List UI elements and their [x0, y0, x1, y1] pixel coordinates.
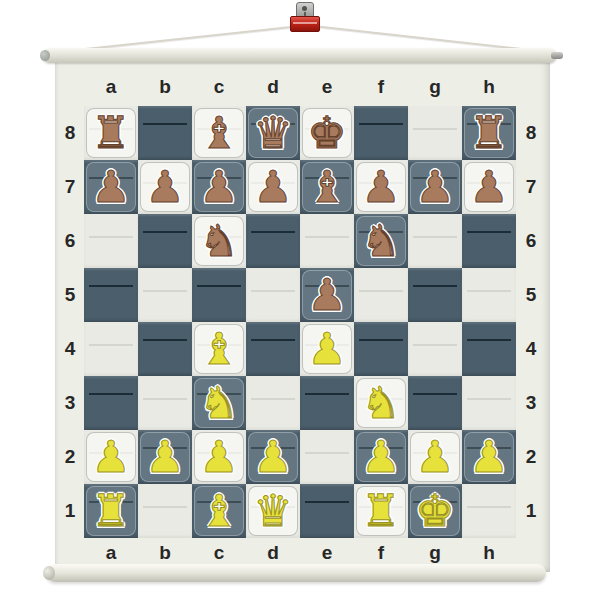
- square-b7[interactable]: ♟: [138, 160, 192, 214]
- square-d6[interactable]: [246, 214, 300, 268]
- square-e2[interactable]: [300, 430, 354, 484]
- bottom-roller-rod: [46, 564, 546, 582]
- square-e3[interactable]: [300, 376, 354, 430]
- rank-labels-left: 87654321: [58, 106, 82, 538]
- brown-rook-icon[interactable]: ♜: [462, 106, 516, 160]
- square-h2[interactable]: ♟: [462, 430, 516, 484]
- brown-pawn-icon[interactable]: ♟: [462, 160, 516, 214]
- rank-label-left-7: 7: [58, 160, 82, 214]
- square-g6[interactable]: [408, 214, 462, 268]
- yellow-queen-icon[interactable]: ♛: [246, 484, 300, 538]
- square-e4[interactable]: ♟: [300, 322, 354, 376]
- yellow-pawn-icon[interactable]: ♟: [300, 322, 354, 376]
- square-d5[interactable]: [246, 268, 300, 322]
- square-b6[interactable]: [138, 214, 192, 268]
- brown-pawn-icon[interactable]: ♟: [192, 160, 246, 214]
- brown-pawn-icon[interactable]: ♟: [408, 160, 462, 214]
- brown-pawn-icon[interactable]: ♟: [84, 160, 138, 214]
- square-c8[interactable]: ♝: [192, 106, 246, 160]
- file-label-top-b: b: [138, 74, 192, 100]
- square-e5[interactable]: ♟: [300, 268, 354, 322]
- brown-bishop-icon[interactable]: ♝: [192, 106, 246, 160]
- square-a5[interactable]: [84, 268, 138, 322]
- brown-bishop-icon[interactable]: ♝: [300, 160, 354, 214]
- rank-label-left-3: 3: [58, 376, 82, 430]
- brown-rook-icon[interactable]: ♜: [84, 106, 138, 160]
- board: ♜♝♛♚♜♟♟♟♟♝♟♟♟♞♞♟♝♟♞♞♟♟♟♟♟♟♟♜♝♛♜♚: [84, 106, 516, 538]
- rank-label-left-8: 8: [58, 106, 82, 160]
- square-d1[interactable]: ♛: [246, 484, 300, 538]
- yellow-bishop-icon[interactable]: ♝: [192, 322, 246, 376]
- square-c1[interactable]: ♝: [192, 484, 246, 538]
- square-h7[interactable]: ♟: [462, 160, 516, 214]
- yellow-king-icon[interactable]: ♚: [408, 484, 462, 538]
- yellow-pawn-icon[interactable]: ♟: [408, 430, 462, 484]
- square-b2[interactable]: ♟: [138, 430, 192, 484]
- rank-label-left-6: 6: [58, 214, 82, 268]
- file-labels-bottom: abcdefgh: [84, 540, 516, 566]
- square-b5[interactable]: [138, 268, 192, 322]
- square-a8[interactable]: ♜: [84, 106, 138, 160]
- square-c3[interactable]: ♞: [192, 376, 246, 430]
- brown-queen-icon[interactable]: ♛: [246, 106, 300, 160]
- square-g8[interactable]: [408, 106, 462, 160]
- rank-label-right-4: 4: [519, 322, 543, 376]
- square-f5[interactable]: [354, 268, 408, 322]
- square-c7[interactable]: ♟: [192, 160, 246, 214]
- square-d4[interactable]: [246, 322, 300, 376]
- rank-label-left-2: 2: [58, 430, 82, 484]
- file-label-bottom-b: b: [138, 540, 192, 566]
- yellow-bishop-icon[interactable]: ♝: [192, 484, 246, 538]
- brown-king-icon[interactable]: ♚: [300, 106, 354, 160]
- rank-label-right-5: 5: [519, 268, 543, 322]
- rank-label-left-5: 5: [58, 268, 82, 322]
- yellow-pawn-icon[interactable]: ♟: [462, 430, 516, 484]
- square-f4[interactable]: [354, 322, 408, 376]
- brown-pawn-icon[interactable]: ♟: [354, 160, 408, 214]
- file-label-bottom-d: d: [246, 540, 300, 566]
- square-g5[interactable]: [408, 268, 462, 322]
- rank-label-left-4: 4: [58, 322, 82, 376]
- square-c2[interactable]: ♟: [192, 430, 246, 484]
- square-c4[interactable]: ♝: [192, 322, 246, 376]
- square-f7[interactable]: ♟: [354, 160, 408, 214]
- yellow-knight-icon[interactable]: ♞: [354, 376, 408, 430]
- square-e8[interactable]: ♚: [300, 106, 354, 160]
- file-label-bottom-g: g: [408, 540, 462, 566]
- square-d7[interactable]: ♟: [246, 160, 300, 214]
- square-a6[interactable]: [84, 214, 138, 268]
- file-label-bottom-h: h: [462, 540, 516, 566]
- yellow-pawn-icon[interactable]: ♟: [138, 430, 192, 484]
- square-e7[interactable]: ♝: [300, 160, 354, 214]
- square-d2[interactable]: ♟: [246, 430, 300, 484]
- rank-label-right-1: 1: [519, 484, 543, 538]
- file-label-bottom-a: a: [84, 540, 138, 566]
- square-d8[interactable]: ♛: [246, 106, 300, 160]
- yellow-rook-icon[interactable]: ♜: [84, 484, 138, 538]
- square-a2[interactable]: ♟: [84, 430, 138, 484]
- file-label-top-a: a: [84, 74, 138, 100]
- yellow-rook-icon[interactable]: ♜: [354, 484, 408, 538]
- brown-pawn-icon[interactable]: ♟: [138, 160, 192, 214]
- hanger-clip-red-band: [290, 16, 320, 32]
- rank-label-right-3: 3: [519, 376, 543, 430]
- demo-chess-board-scene: abcdefgh abcdefgh 87654321 87654321 ♜♝♛♚…: [0, 0, 600, 600]
- square-g7[interactable]: ♟: [408, 160, 462, 214]
- file-labels-top: abcdefgh: [84, 74, 516, 100]
- rank-label-right-6: 6: [519, 214, 543, 268]
- file-label-top-g: g: [408, 74, 462, 100]
- square-e6[interactable]: [300, 214, 354, 268]
- file-label-top-f: f: [354, 74, 408, 100]
- brown-knight-icon[interactable]: ♞: [354, 214, 408, 268]
- rank-label-right-2: 2: [519, 430, 543, 484]
- file-label-bottom-c: c: [192, 540, 246, 566]
- square-b8[interactable]: [138, 106, 192, 160]
- square-d3[interactable]: [246, 376, 300, 430]
- rank-label-right-7: 7: [519, 160, 543, 214]
- square-g2[interactable]: ♟: [408, 430, 462, 484]
- square-h6[interactable]: [462, 214, 516, 268]
- brown-pawn-icon[interactable]: ♟: [246, 160, 300, 214]
- yellow-pawn-icon[interactable]: ♟: [246, 430, 300, 484]
- square-b4[interactable]: [138, 322, 192, 376]
- rank-label-right-8: 8: [519, 106, 543, 160]
- square-g3[interactable]: [408, 376, 462, 430]
- file-label-bottom-e: e: [300, 540, 354, 566]
- square-h4[interactable]: [462, 322, 516, 376]
- square-b1[interactable]: [138, 484, 192, 538]
- square-c5[interactable]: [192, 268, 246, 322]
- yellow-pawn-icon[interactable]: ♟: [192, 430, 246, 484]
- square-g1[interactable]: ♚: [408, 484, 462, 538]
- rank-label-left-1: 1: [58, 484, 82, 538]
- square-a3[interactable]: [84, 376, 138, 430]
- brown-pawn-icon[interactable]: ♟: [300, 268, 354, 322]
- yellow-knight-icon[interactable]: ♞: [192, 376, 246, 430]
- yellow-pawn-icon[interactable]: ♟: [354, 430, 408, 484]
- square-h3[interactable]: [462, 376, 516, 430]
- square-h8[interactable]: ♜: [462, 106, 516, 160]
- square-f2[interactable]: ♟: [354, 430, 408, 484]
- square-c6[interactable]: ♞: [192, 214, 246, 268]
- file-label-bottom-f: f: [354, 540, 408, 566]
- square-g4[interactable]: [408, 322, 462, 376]
- square-a1[interactable]: ♜: [84, 484, 138, 538]
- square-a4[interactable]: [84, 322, 138, 376]
- square-e1[interactable]: [300, 484, 354, 538]
- file-label-top-c: c: [192, 74, 246, 100]
- square-f6[interactable]: ♞: [354, 214, 408, 268]
- square-h1[interactable]: [462, 484, 516, 538]
- file-label-top-d: d: [246, 74, 300, 100]
- top-roller-rod: [42, 48, 557, 63]
- file-label-top-e: e: [300, 74, 354, 100]
- square-b3[interactable]: [138, 376, 192, 430]
- file-label-top-h: h: [462, 74, 516, 100]
- yellow-pawn-icon[interactable]: ♟: [84, 430, 138, 484]
- rank-labels-right: 87654321: [519, 106, 543, 538]
- square-a7[interactable]: ♟: [84, 160, 138, 214]
- square-f1[interactable]: ♜: [354, 484, 408, 538]
- square-f8[interactable]: [354, 106, 408, 160]
- square-h5[interactable]: [462, 268, 516, 322]
- brown-knight-icon[interactable]: ♞: [192, 214, 246, 268]
- square-f3[interactable]: ♞: [354, 376, 408, 430]
